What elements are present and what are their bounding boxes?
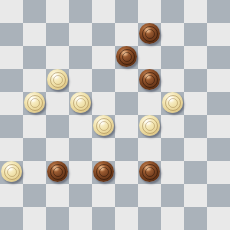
square-6[interactable]: [0, 23, 23, 46]
square-41[interactable]: [23, 184, 46, 207]
light-square: [23, 23, 46, 46]
square-30[interactable]: [184, 115, 207, 138]
light-square: [69, 69, 92, 92]
piece-highlight: [144, 27, 152, 34]
piece-highlight: [144, 73, 152, 80]
white-man-square-22[interactable]: [70, 92, 91, 113]
light-square: [0, 184, 23, 207]
square-31[interactable]: [23, 138, 46, 161]
square-43[interactable]: [115, 184, 138, 207]
light-square: [69, 115, 92, 138]
light-square: [46, 46, 69, 69]
light-square: [161, 23, 184, 46]
piece-highlight: [52, 165, 60, 172]
square-1[interactable]: [23, 0, 46, 23]
light-square: [115, 207, 138, 230]
square-28[interactable]: [92, 115, 115, 138]
light-square: [92, 46, 115, 69]
square-50[interactable]: [184, 207, 207, 230]
black-man-square-9[interactable]: [139, 23, 160, 44]
square-38[interactable]: [92, 161, 115, 184]
black-man-square-13[interactable]: [116, 46, 137, 67]
square-22[interactable]: [69, 92, 92, 115]
light-square: [92, 184, 115, 207]
light-square: [161, 161, 184, 184]
light-square: [92, 0, 115, 23]
black-man-square-37[interactable]: [47, 161, 68, 182]
square-18[interactable]: [92, 69, 115, 92]
square-48[interactable]: [92, 207, 115, 230]
light-square: [184, 92, 207, 115]
white-man-square-21[interactable]: [24, 92, 45, 113]
light-square: [115, 161, 138, 184]
square-37[interactable]: [46, 161, 69, 184]
light-square: [23, 207, 46, 230]
light-square: [138, 46, 161, 69]
light-square: [46, 138, 69, 161]
light-square: [0, 92, 23, 115]
square-24[interactable]: [161, 92, 184, 115]
square-36[interactable]: [0, 161, 23, 184]
piece-highlight: [98, 165, 106, 172]
piece-highlight: [144, 119, 152, 126]
light-square: [92, 92, 115, 115]
light-square: [138, 0, 161, 23]
light-square: [0, 138, 23, 161]
white-man-square-29[interactable]: [139, 115, 160, 136]
square-14[interactable]: [161, 46, 184, 69]
square-33[interactable]: [115, 138, 138, 161]
light-square: [184, 138, 207, 161]
black-man-square-39[interactable]: [139, 161, 160, 182]
light-square: [184, 0, 207, 23]
square-46[interactable]: [0, 207, 23, 230]
light-square: [23, 69, 46, 92]
square-40[interactable]: [184, 161, 207, 184]
light-square: [207, 115, 230, 138]
square-32[interactable]: [69, 138, 92, 161]
square-45[interactable]: [207, 184, 230, 207]
square-4[interactable]: [161, 0, 184, 23]
square-39[interactable]: [138, 161, 161, 184]
draughts-app: [0, 0, 230, 230]
square-35[interactable]: [207, 138, 230, 161]
piece-highlight: [167, 96, 175, 103]
light-square: [161, 207, 184, 230]
light-square: [23, 115, 46, 138]
light-square: [161, 115, 184, 138]
square-20[interactable]: [184, 69, 207, 92]
square-34[interactable]: [161, 138, 184, 161]
square-21[interactable]: [23, 92, 46, 115]
white-man-square-17[interactable]: [47, 69, 68, 90]
piece-highlight: [144, 165, 152, 172]
light-square: [138, 92, 161, 115]
light-square: [92, 138, 115, 161]
square-49[interactable]: [138, 207, 161, 230]
light-square: [46, 92, 69, 115]
square-25[interactable]: [207, 92, 230, 115]
square-10[interactable]: [184, 23, 207, 46]
light-square: [184, 46, 207, 69]
square-7[interactable]: [46, 23, 69, 46]
white-man-square-36[interactable]: [1, 161, 22, 182]
light-square: [69, 23, 92, 46]
light-square: [46, 184, 69, 207]
square-3[interactable]: [115, 0, 138, 23]
square-23[interactable]: [115, 92, 138, 115]
square-8[interactable]: [92, 23, 115, 46]
light-square: [207, 69, 230, 92]
square-15[interactable]: [207, 46, 230, 69]
square-29[interactable]: [138, 115, 161, 138]
square-42[interactable]: [69, 184, 92, 207]
piece-highlight: [52, 73, 60, 80]
square-16[interactable]: [0, 69, 23, 92]
light-square: [0, 46, 23, 69]
light-square: [46, 0, 69, 23]
piece-highlight: [98, 119, 106, 126]
draughts-board: [0, 0, 230, 230]
light-square: [207, 161, 230, 184]
piece-highlight: [75, 96, 83, 103]
piece-highlight: [6, 165, 14, 172]
light-square: [23, 161, 46, 184]
light-square: [207, 23, 230, 46]
white-man-square-28[interactable]: [93, 115, 114, 136]
square-2[interactable]: [69, 0, 92, 23]
square-27[interactable]: [46, 115, 69, 138]
light-square: [161, 69, 184, 92]
light-square: [115, 23, 138, 46]
black-man-square-19[interactable]: [139, 69, 160, 90]
square-44[interactable]: [161, 184, 184, 207]
square-9[interactable]: [138, 23, 161, 46]
piece-highlight: [121, 50, 129, 57]
light-square: [115, 69, 138, 92]
square-26[interactable]: [0, 115, 23, 138]
square-11[interactable]: [23, 46, 46, 69]
square-12[interactable]: [69, 46, 92, 69]
white-man-square-24[interactable]: [162, 92, 183, 113]
square-5[interactable]: [207, 0, 230, 23]
light-square: [138, 184, 161, 207]
black-man-square-38[interactable]: [93, 161, 114, 182]
light-square: [115, 115, 138, 138]
light-square: [69, 207, 92, 230]
light-square: [0, 0, 23, 23]
light-square: [207, 207, 230, 230]
square-47[interactable]: [46, 207, 69, 230]
square-19[interactable]: [138, 69, 161, 92]
square-13[interactable]: [115, 46, 138, 69]
light-square: [184, 184, 207, 207]
light-square: [69, 161, 92, 184]
square-17[interactable]: [46, 69, 69, 92]
piece-highlight: [29, 96, 37, 103]
light-square: [138, 138, 161, 161]
